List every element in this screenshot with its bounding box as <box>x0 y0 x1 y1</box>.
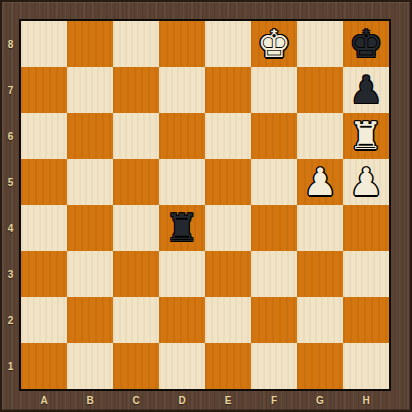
file-label-e: E <box>205 391 251 410</box>
square-h3[interactable] <box>343 251 389 297</box>
square-b2[interactable] <box>67 297 113 343</box>
square-a3[interactable] <box>21 251 67 297</box>
file-label-b: B <box>67 391 113 410</box>
square-h4[interactable] <box>343 205 389 251</box>
square-g1[interactable] <box>297 343 343 389</box>
square-c7[interactable] <box>113 67 159 113</box>
square-f4[interactable] <box>251 205 297 251</box>
square-b6[interactable] <box>67 113 113 159</box>
square-c5[interactable] <box>113 159 159 205</box>
square-h6[interactable]: ♜ <box>343 113 389 159</box>
square-a6[interactable] <box>21 113 67 159</box>
square-c2[interactable] <box>113 297 159 343</box>
square-d4[interactable]: ♜ <box>159 205 205 251</box>
rank-label-1: 1 <box>2 343 19 389</box>
square-g7[interactable] <box>297 67 343 113</box>
rank-label-3: 3 <box>2 251 19 297</box>
square-e4[interactable] <box>205 205 251 251</box>
file-label-g: G <box>297 391 343 410</box>
square-f1[interactable] <box>251 343 297 389</box>
square-g8[interactable] <box>297 21 343 67</box>
square-f2[interactable] <box>251 297 297 343</box>
square-f6[interactable] <box>251 113 297 159</box>
square-c3[interactable] <box>113 251 159 297</box>
square-e8[interactable] <box>205 21 251 67</box>
square-d3[interactable] <box>159 251 205 297</box>
square-f8[interactable]: ♚ <box>251 21 297 67</box>
square-h7[interactable]: ♟ <box>343 67 389 113</box>
square-a5[interactable] <box>21 159 67 205</box>
square-a1[interactable] <box>21 343 67 389</box>
rank-label-7: 7 <box>2 67 19 113</box>
white-pawn[interactable]: ♟ <box>343 159 389 205</box>
rank-label-2: 2 <box>2 297 19 343</box>
square-b4[interactable] <box>67 205 113 251</box>
square-f7[interactable] <box>251 67 297 113</box>
square-e2[interactable] <box>205 297 251 343</box>
square-d2[interactable] <box>159 297 205 343</box>
rank-label-8: 8 <box>2 21 19 67</box>
white-rook[interactable]: ♜ <box>343 113 389 159</box>
file-label-f: F <box>251 391 297 410</box>
file-label-h: H <box>343 391 389 410</box>
square-c8[interactable] <box>113 21 159 67</box>
square-g2[interactable] <box>297 297 343 343</box>
square-a4[interactable] <box>21 205 67 251</box>
square-g4[interactable] <box>297 205 343 251</box>
square-h8[interactable]: ♚ <box>343 21 389 67</box>
square-a7[interactable] <box>21 67 67 113</box>
square-b1[interactable] <box>67 343 113 389</box>
square-h2[interactable] <box>343 297 389 343</box>
black-king[interactable]: ♚ <box>343 21 389 67</box>
square-d1[interactable] <box>159 343 205 389</box>
square-d6[interactable] <box>159 113 205 159</box>
square-g5[interactable]: ♟ <box>297 159 343 205</box>
square-c4[interactable] <box>113 205 159 251</box>
square-b7[interactable] <box>67 67 113 113</box>
square-a2[interactable] <box>21 297 67 343</box>
rank-label-5: 5 <box>2 159 19 205</box>
square-b5[interactable] <box>67 159 113 205</box>
square-e7[interactable] <box>205 67 251 113</box>
square-d8[interactable] <box>159 21 205 67</box>
file-label-d: D <box>159 391 205 410</box>
board-outline: ♚♚♟♜♟♟♜ <box>19 19 391 391</box>
square-c1[interactable] <box>113 343 159 389</box>
file-label-c: C <box>113 391 159 410</box>
square-e1[interactable] <box>205 343 251 389</box>
file-label-a: A <box>21 391 67 410</box>
square-e3[interactable] <box>205 251 251 297</box>
black-pawn[interactable]: ♟ <box>343 67 389 113</box>
square-h5[interactable]: ♟ <box>343 159 389 205</box>
square-c6[interactable] <box>113 113 159 159</box>
square-e5[interactable] <box>205 159 251 205</box>
square-g6[interactable] <box>297 113 343 159</box>
rank-label-4: 4 <box>2 205 19 251</box>
square-d7[interactable] <box>159 67 205 113</box>
chess-board[interactable]: ♚♚♟♜♟♟♜ <box>21 21 389 389</box>
square-a8[interactable] <box>21 21 67 67</box>
square-f3[interactable] <box>251 251 297 297</box>
square-g3[interactable] <box>297 251 343 297</box>
chess-app-window: ♚♚♟♜♟♟♜ 87654321 ABCDEFGH <box>0 0 412 412</box>
white-king[interactable]: ♚ <box>251 21 297 67</box>
square-b3[interactable] <box>67 251 113 297</box>
square-f5[interactable] <box>251 159 297 205</box>
square-d5[interactable] <box>159 159 205 205</box>
square-h1[interactable] <box>343 343 389 389</box>
square-e6[interactable] <box>205 113 251 159</box>
rank-label-6: 6 <box>2 113 19 159</box>
square-b8[interactable] <box>67 21 113 67</box>
white-pawn[interactable]: ♟ <box>297 159 343 205</box>
black-rook[interactable]: ♜ <box>159 205 205 251</box>
